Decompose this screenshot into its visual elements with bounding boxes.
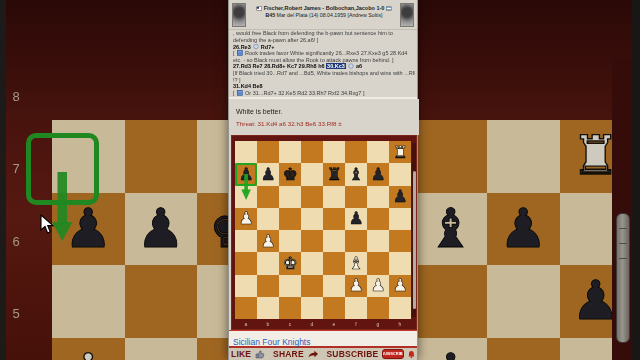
square-e8[interactable] <box>323 141 345 163</box>
video-frame: 8765 ♜♟♟♚♜♝♟♟♟♟♟♚♝♟♟♟ <box>0 0 640 360</box>
square-e7[interactable]: ♜ <box>323 163 345 185</box>
white-pawn: ♟ <box>348 277 363 294</box>
square-g6[interactable] <box>367 186 389 208</box>
evaluation-text: White is better. <box>236 107 419 115</box>
square-d4[interactable] <box>301 230 323 252</box>
file-label-a: a <box>235 319 257 329</box>
square-c3[interactable]: ♚ <box>279 252 301 274</box>
eco-code: B45 <box>265 12 275 18</box>
square-g1[interactable] <box>367 297 389 319</box>
square-h4[interactable] <box>389 230 411 252</box>
right-letterbox <box>632 0 640 360</box>
black-bishop: ♝ <box>427 202 475 256</box>
share-button[interactable]: SHARE <box>273 349 304 359</box>
black-pawn: ♟ <box>499 202 547 256</box>
square-b2[interactable] <box>257 275 279 297</box>
black-rook: ♜ <box>326 166 341 183</box>
square-a3[interactable] <box>235 252 257 274</box>
square-h1[interactable] <box>389 297 411 319</box>
usa-flag-icon <box>257 7 263 11</box>
comment-text: Or 31...Rd7+ 32.Ke5 Rd2 33.Rh7 Rxf2 34.R… <box>245 90 364 96</box>
black-pawn: ♟ <box>260 166 275 183</box>
comment-text: [If Black tried 30...Rd7 and ...Bd5, Whi… <box>233 70 415 76</box>
white-pawn: ♟ <box>392 277 407 294</box>
square-e4[interactable] <box>323 230 345 252</box>
notation-line: 27.Rd3 Re7 28.Rd8+ Kc7 29.Rh8 h6 30.Kc3 … <box>233 63 415 70</box>
move-text[interactable]: Rd7+ <box>261 43 275 49</box>
black-pawn: ♟ <box>238 166 253 183</box>
file-label-c: c <box>279 319 301 329</box>
comment-text: Rook trades favor White significantly 26… <box>245 50 407 56</box>
square-c6[interactable] <box>279 186 301 208</box>
square-a2[interactable] <box>235 275 257 297</box>
square-f6[interactable] <box>345 186 367 208</box>
square-b4[interactable]: ♟ <box>257 230 279 252</box>
file-label-d: d <box>301 319 323 329</box>
square-b7[interactable]: ♟ <box>257 163 279 185</box>
comment-text: etc. - so Black must allow the Rook to a… <box>233 57 393 63</box>
square-b6 <box>125 265 198 338</box>
notation-line: [ Or 31...Rd7+ 32.Ke5 Rd2 33.Rh7 Rxf2 34… <box>233 90 415 97</box>
square-a6[interactable] <box>235 186 257 208</box>
black-pawn: ♟ <box>137 202 185 256</box>
square-h5[interactable] <box>389 208 411 230</box>
square-g8 <box>487 120 560 193</box>
white-player-photo <box>232 3 246 27</box>
square-a7[interactable]: ♟ <box>235 163 257 185</box>
square-f3[interactable]: ♝ <box>345 252 367 274</box>
notation-line: , would free Black from defending the b-… <box>233 30 415 37</box>
square-g7: ♟ <box>487 193 560 266</box>
square-g6 <box>487 265 560 338</box>
black-pawn: ♟ <box>348 210 363 227</box>
square-d6[interactable] <box>301 186 323 208</box>
square-d7[interactable] <box>301 163 323 185</box>
file-label-h: h <box>389 319 411 329</box>
square-a8[interactable] <box>235 141 257 163</box>
square-f4[interactable] <box>345 230 367 252</box>
background-scrollbar[interactable] <box>612 58 632 360</box>
square-f7[interactable]: ♝ <box>345 163 367 185</box>
square-d5[interactable] <box>301 208 323 230</box>
square-d2[interactable] <box>301 275 323 297</box>
file-coordinates: abcdefgh <box>235 319 411 330</box>
square-a8 <box>52 120 125 193</box>
notation-line: 31.Kd4 Be8 <box>233 83 415 90</box>
square-b7: ♟ <box>125 193 198 266</box>
comment-text: [ <box>233 50 235 56</box>
comment-text: defending the a-pawn after 26.a6! ] <box>233 37 318 43</box>
subscribe-label[interactable]: SUBSCRIBE <box>326 349 378 359</box>
square-a7: ♟ <box>52 193 125 266</box>
square-a1[interactable] <box>235 297 257 319</box>
square-h3[interactable] <box>389 252 411 274</box>
white-rook: ♜ <box>392 144 407 161</box>
square-d1[interactable] <box>301 297 323 319</box>
black-pawn: ♟ <box>392 188 407 205</box>
annotation-dot-icon <box>348 64 353 69</box>
players-result-line: Fischer,Robert James - Bolbochan,Jacobo … <box>248 5 400 11</box>
square-c4[interactable] <box>279 230 301 252</box>
move-text[interactable]: 26.Re3 <box>233 43 251 49</box>
square-c2[interactable] <box>279 275 301 297</box>
square-e6[interactable] <box>323 186 345 208</box>
rank-label-5: 5 <box>6 278 26 351</box>
black-pawn: ♟ <box>370 166 385 183</box>
notification-bell-icon[interactable] <box>408 349 415 360</box>
notation-pane[interactable]: , would free Black from defending the b-… <box>233 30 415 97</box>
share-arrow-icon[interactable] <box>308 349 319 359</box>
square-f8 <box>415 120 488 193</box>
scrollbar-thumb[interactable] <box>413 171 416 309</box>
white-king: ♚ <box>282 255 297 272</box>
comment-text: , would free Black from defending the b-… <box>233 30 393 36</box>
background-rank-labels: 8765 <box>6 60 26 360</box>
square-b8 <box>125 120 198 193</box>
black-pawn: ♟ <box>64 202 112 256</box>
square-g5 <box>487 338 560 360</box>
evaluation-pane: White is better. Threat: 31.Kd4 a6 32.h3… <box>229 99 419 135</box>
rank-label-7: 7 <box>6 133 26 206</box>
editorial-annotation-icon <box>237 50 243 56</box>
square-e5[interactable] <box>323 208 345 230</box>
move-text[interactable]: 27.Rd3 Re7 28.Rd8+ Kc7 29.Rh8 h6 <box>233 63 325 69</box>
square-c8[interactable] <box>279 141 301 163</box>
square-b1[interactable] <box>257 297 279 319</box>
square-g5[interactable] <box>367 208 389 230</box>
scrollbar-thumb[interactable] <box>616 213 630 343</box>
square-g7[interactable]: ♟ <box>367 163 389 185</box>
square-b5 <box>125 338 198 360</box>
thumbs-up-icon[interactable] <box>255 349 265 360</box>
current-move[interactable]: 30.Kc3 <box>326 63 346 69</box>
comment-text: !? ] <box>233 77 241 83</box>
square-d3[interactable] <box>301 252 323 274</box>
like-button[interactable]: LIKE <box>231 349 251 359</box>
square-f6 <box>415 265 488 338</box>
square-g8[interactable] <box>367 141 389 163</box>
notation-line: 26.Re3 Rd7+ <box>233 43 415 50</box>
square-f1[interactable] <box>345 297 367 319</box>
file-label-g: g <box>367 319 389 329</box>
move-text[interactable]: a6 <box>356 63 362 69</box>
file-label-e: e <box>323 319 345 329</box>
annotation-dot-icon <box>253 44 258 49</box>
square-h8[interactable]: ♜ <box>389 141 411 163</box>
players-result-text: Fischer,Robert James - Bolbochan,Jacobo … <box>264 5 385 11</box>
square-a5: ♟ <box>52 338 125 360</box>
square-g2[interactable]: ♟ <box>367 275 389 297</box>
square-a6 <box>52 265 125 338</box>
file-label-f: f <box>345 319 367 329</box>
white-pawn: ♟ <box>64 347 112 360</box>
file-label-b: b <box>257 319 279 329</box>
event-info: Mar del Plata (14) 08.04.1959 [Andrew So… <box>275 12 382 18</box>
square-h7[interactable] <box>389 163 411 185</box>
board-frame: ♜♟♟♚♜♝♟♟♟♟♟♚♝♟♟♟ abcdefgh <box>231 135 417 330</box>
square-f2[interactable]: ♟ <box>345 275 367 297</box>
square-c1[interactable] <box>279 297 301 319</box>
video-title-bar: Sicilian Four Knights <box>229 330 417 348</box>
move-text[interactable]: 31.Kd4 Be8 <box>233 83 263 89</box>
subscribe-button[interactable]: SUBSCRIBE <box>382 349 404 359</box>
white-pawn: ♟ <box>260 233 275 250</box>
white-pawn: ♟ <box>370 277 385 294</box>
square-h6[interactable]: ♟ <box>389 186 411 208</box>
white-pawn: ♟ <box>238 210 253 227</box>
argentina-flag-icon <box>386 7 392 11</box>
notation-line: etc. - so Black must allow the Rook to a… <box>233 57 415 64</box>
rank-label-6: 6 <box>6 205 26 278</box>
square-b3[interactable] <box>257 252 279 274</box>
black-bishop: ♝ <box>348 166 363 183</box>
square-c5[interactable] <box>279 208 301 230</box>
square-g4[interactable] <box>367 230 389 252</box>
square-e3[interactable] <box>323 252 345 274</box>
black-king: ♚ <box>282 166 297 183</box>
square-b5[interactable] <box>257 208 279 230</box>
square-g3[interactable] <box>367 252 389 274</box>
white-bishop: ♝ <box>348 255 363 272</box>
notation-line: !? ] <box>233 77 415 84</box>
notation-line: [ Rook trades favor White significantly … <box>233 50 415 57</box>
square-b8[interactable] <box>257 141 279 163</box>
square-a5[interactable]: ♟ <box>235 208 257 230</box>
mouse-cursor <box>40 214 55 235</box>
square-f8[interactable] <box>345 141 367 163</box>
rank-label-8: 8 <box>6 60 26 133</box>
chess-board: ♜♟♟♚♜♝♟♟♟♟♟♚♝♟♟♟ <box>235 141 411 319</box>
black-pawn: ♟ <box>427 347 475 360</box>
square-f5[interactable]: ♟ <box>345 208 367 230</box>
editorial-annotation-icon <box>237 90 243 96</box>
notation-line: [If Black tried 30...Rd7 and ...Bd5, Whi… <box>233 70 415 77</box>
game-info-line: B45 Mar del Plata (14) 08.04.1959 [Andre… <box>248 12 400 18</box>
action-bar: LIKE SHARE SUBSCRIBE SUBSCRIBE <box>229 348 417 360</box>
left-letterbox <box>0 0 6 360</box>
threat-text: Threat: 31.Kd4 a6 32.h3 Be6 33.Rf8 ± <box>236 120 419 127</box>
square-b6[interactable] <box>257 186 279 208</box>
square-e2[interactable] <box>323 275 345 297</box>
black-player-photo <box>400 3 414 27</box>
notation-line: defending the a-pawn after 26.a6! ] <box>233 37 415 44</box>
square-a4[interactable] <box>235 230 257 252</box>
square-d8[interactable] <box>301 141 323 163</box>
game-header: Fischer,Robert James - Bolbochan,Jacobo … <box>229 0 417 30</box>
analysis-panel: Fischer,Robert James - Bolbochan,Jacobo … <box>228 0 418 360</box>
square-f7: ♝ <box>415 193 488 266</box>
square-h2[interactable]: ♟ <box>389 275 411 297</box>
square-c7[interactable]: ♚ <box>279 163 301 185</box>
square-f5: ♟ <box>415 338 488 360</box>
board-scrollbar[interactable] <box>412 143 416 317</box>
square-e1[interactable] <box>323 297 345 319</box>
comment-text: [ <box>233 90 235 96</box>
